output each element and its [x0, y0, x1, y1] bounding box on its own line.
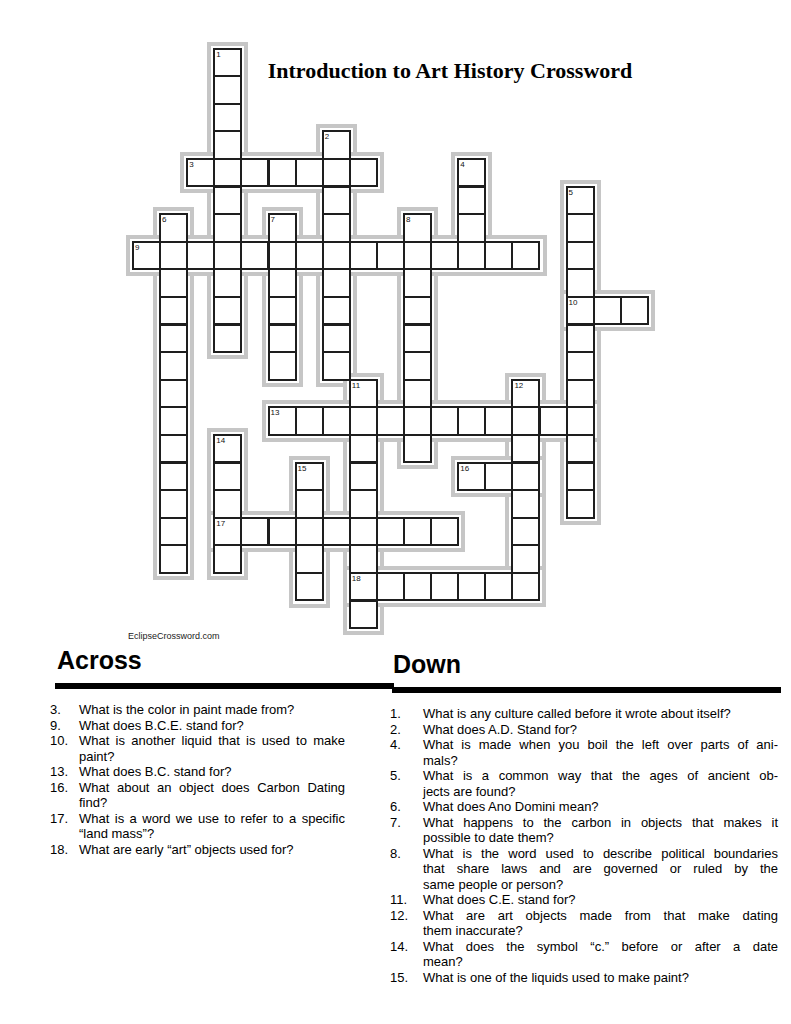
clue-text-line: paint? — [79, 749, 345, 765]
clue-number: 15. — [390, 970, 408, 986]
grid-cell — [268, 241, 297, 271]
grid-cell — [539, 406, 568, 436]
clue-number: 1. — [390, 706, 401, 722]
grid-cell — [511, 489, 540, 519]
grid-cell — [159, 462, 188, 492]
grid-cell — [403, 379, 432, 409]
grid-cell — [349, 517, 378, 547]
clue-number: 12. — [390, 908, 408, 924]
grid-cell — [186, 241, 215, 271]
grid-cell — [322, 296, 351, 326]
clue-text-line: What is one of the liquids used to make … — [423, 970, 778, 986]
grid-cell — [322, 158, 351, 188]
cell-number: 18 — [352, 575, 361, 583]
clue-text-line: find? — [79, 795, 345, 811]
cell-number: 11 — [352, 382, 360, 390]
grid-cell — [213, 186, 242, 216]
crossword-page: Introduction to Art History Crossword 12… — [0, 0, 791, 1024]
clue-item: 1.What is any culture called before it w… — [390, 706, 778, 722]
grid-cell — [159, 351, 188, 381]
clue-number: 9. — [50, 718, 61, 734]
grid-cell — [213, 158, 242, 188]
grid-cell — [403, 296, 432, 326]
clue-text-line: What is the word used to describe politi… — [423, 846, 778, 862]
clue-text-line: What are early “art” objects used for? — [79, 842, 345, 858]
clue-text-line: What is any culture called before it wro… — [423, 706, 778, 722]
grid-cell — [349, 462, 378, 492]
grid-cell — [322, 351, 351, 381]
grid-cell — [620, 296, 649, 326]
clue-number: 7. — [390, 815, 401, 831]
cell-number: 9 — [135, 244, 139, 252]
grid-cell — [403, 517, 432, 547]
clue-number: 2. — [390, 722, 401, 738]
clue-number: 10. — [50, 733, 68, 749]
cell-number: 8 — [406, 216, 410, 224]
grid-cell — [159, 434, 188, 464]
clue-item: 2.What does A.D. Stand for? — [390, 722, 778, 738]
clue-text-line: them inaccurate? — [423, 923, 778, 939]
clue-item: 18.What are early “art” objects used for… — [50, 842, 345, 858]
grid-cell — [376, 572, 405, 602]
cell-number: 15 — [298, 465, 307, 473]
grid-cell — [213, 103, 242, 133]
cell-number: 14 — [216, 437, 225, 445]
grid-cell — [566, 489, 595, 519]
grid-cell — [295, 517, 324, 547]
grid-cell — [484, 406, 513, 436]
grid-cell — [213, 241, 242, 271]
clue-item: 14.What does the symbol “c.” before or a… — [390, 939, 778, 970]
grid-cell — [322, 241, 351, 271]
clue-number: 17. — [50, 811, 68, 827]
grid-cell — [213, 75, 242, 105]
clue-text-line: What does B.C.E. stand for? — [79, 718, 345, 734]
clue-text-line: What are art objects made from that make… — [423, 908, 778, 924]
clue-item: 17.What is a word we use to refer to a s… — [50, 811, 345, 842]
grid-cell — [295, 406, 324, 436]
grid-cell — [457, 406, 486, 436]
grid-cell — [430, 406, 459, 436]
grid-cell — [213, 544, 242, 574]
clue-text-line: What does C.E. stand for? — [423, 892, 778, 908]
cell-number: 10 — [569, 299, 578, 307]
clue-number: 11. — [390, 892, 407, 908]
clue-text-line: same people or person? — [423, 877, 778, 893]
cell-number: 17 — [216, 520, 225, 528]
grid-cell — [511, 572, 540, 602]
grid-cell — [295, 489, 324, 519]
grid-cell — [213, 213, 242, 243]
clue-text-line: What about an object does Carbon Dating — [79, 780, 345, 796]
grid-cell — [268, 158, 297, 188]
grid-cell — [240, 241, 269, 271]
grid-cell — [322, 213, 351, 243]
grid-cell — [566, 351, 595, 381]
grid-cell — [349, 544, 378, 574]
grid-cell — [159, 241, 188, 271]
clue-text-line: What happens to the carbon in objects th… — [423, 815, 778, 831]
clue-text-line: What does Ano Domini mean? — [423, 799, 778, 815]
clue-text-line: What is another liquid that is used to m… — [79, 733, 345, 749]
clue-text-line: mals? — [423, 753, 778, 769]
clue-item: 5.What is a common way that the ages of … — [390, 768, 778, 799]
grid-cell — [457, 213, 486, 243]
grid-cell — [593, 296, 622, 326]
grid-cell — [295, 572, 324, 602]
grid-cell — [511, 462, 540, 492]
grid-cell — [159, 517, 188, 547]
clue-item: 6.What does Ano Domini mean? — [390, 799, 778, 815]
down-clue-list: 1.What is any culture called before it w… — [390, 706, 778, 985]
clue-text-line: What is a common way that the ages of an… — [423, 768, 778, 784]
clue-number: 4. — [390, 737, 401, 753]
grid-cell — [457, 572, 486, 602]
grid-cell — [457, 186, 486, 216]
grid-cell — [349, 241, 378, 271]
grid-cell — [295, 544, 324, 574]
grid-cell — [159, 379, 188, 409]
clue-text-line: that share laws and are governed or rule… — [423, 861, 778, 877]
grid-cell — [240, 517, 269, 547]
clue-item: 8.What is the word used to describe poli… — [390, 846, 778, 893]
grid-cell — [566, 268, 595, 298]
cell-number: 4 — [460, 161, 464, 169]
clue-item: 7.What happens to the carbon in objects … — [390, 815, 778, 846]
grid-cell — [322, 406, 351, 436]
grid-cell — [484, 462, 513, 492]
grid-cell — [268, 517, 297, 547]
grid-cell — [403, 351, 432, 381]
grid-cell — [566, 462, 595, 492]
grid-cell — [430, 517, 459, 547]
grid-cell — [511, 544, 540, 574]
grid-cell — [566, 241, 595, 271]
grid-cell — [268, 268, 297, 298]
clue-item: 16.What about an object does Carbon Dati… — [50, 780, 345, 811]
grid-cell — [566, 213, 595, 243]
across-clue-list: 3.What is the color in paint made from?9… — [50, 702, 345, 857]
cell-number: 7 — [271, 216, 275, 224]
grid-cell — [403, 241, 432, 271]
grid-cell — [322, 517, 351, 547]
grid-cell — [240, 158, 269, 188]
crossword-board: 123456789101112131415161718 — [0, 0, 791, 660]
clue-number: 16. — [50, 780, 68, 796]
clue-number: 6. — [390, 799, 401, 815]
clue-text-line: What is a word we use to refer to a spec… — [79, 811, 345, 827]
grid-cell — [268, 296, 297, 326]
grid-cell — [349, 489, 378, 519]
grid-cell — [511, 434, 540, 464]
grid-cell — [349, 600, 378, 630]
grid-cell — [213, 462, 242, 492]
clue-text-line: What does the symbol “c.” before or afte… — [423, 939, 778, 955]
clue-text-line: What does A.D. Stand for? — [423, 722, 778, 738]
grid-cell — [213, 268, 242, 298]
grid-cell — [403, 434, 432, 464]
grid-cell — [430, 572, 459, 602]
across-heading: Across — [57, 648, 142, 673]
cell-number: 13 — [271, 409, 280, 417]
grid-cell — [511, 517, 540, 547]
grid-cell — [403, 572, 432, 602]
grid-cell — [213, 130, 242, 160]
grid-cell — [457, 241, 486, 271]
clue-number: 8. — [390, 846, 401, 862]
grid-cell — [566, 324, 595, 354]
grid-cell — [322, 268, 351, 298]
cell-number: 12 — [514, 382, 523, 390]
grid-cell — [159, 544, 188, 574]
clue-text-line: mean? — [423, 954, 778, 970]
cell-number: 3 — [189, 161, 193, 169]
grid-cell — [159, 324, 188, 354]
clue-text-line: jects are found? — [423, 784, 778, 800]
grid-cell — [566, 379, 595, 409]
grid-cell — [268, 324, 297, 354]
grid-cell — [213, 296, 242, 326]
grid-cell — [322, 186, 351, 216]
clue-text-line: What does B.C. stand for? — [79, 764, 345, 780]
grid-cell — [430, 241, 459, 271]
grid-cell — [159, 489, 188, 519]
attribution-text: EclipseCrossword.com — [128, 631, 220, 641]
clue-text-line: possible to date them? — [423, 830, 778, 846]
grid-cell — [566, 434, 595, 464]
grid-cell — [403, 406, 432, 436]
cell-number: 2 — [325, 133, 329, 141]
grid-cell — [159, 296, 188, 326]
grid-cell — [403, 324, 432, 354]
clue-number: 13. — [50, 764, 68, 780]
grid-cell — [213, 324, 242, 354]
clue-number: 3. — [50, 702, 61, 718]
grid-cell — [159, 406, 188, 436]
clue-number: 18. — [50, 842, 68, 858]
grid-cell — [349, 434, 378, 464]
clue-text-line: What is the color in paint made from? — [79, 702, 345, 718]
grid-cell — [376, 517, 405, 547]
grid-cell — [566, 406, 595, 436]
cell-number: 16 — [460, 465, 469, 473]
grid-cell — [268, 351, 297, 381]
cell-number: 5 — [569, 189, 573, 197]
clue-item: 13.What does B.C. stand for? — [50, 764, 345, 780]
down-heading: Down — [393, 652, 461, 677]
grid-cell — [484, 241, 513, 271]
clue-item: 10.What is another liquid that is used t… — [50, 733, 345, 764]
clue-item: 15.What is one of the liquids used to ma… — [390, 970, 778, 986]
grid-cell — [159, 268, 188, 298]
down-divider-rule — [392, 687, 781, 693]
grid-cell — [511, 241, 540, 271]
grid-cell — [213, 489, 242, 519]
clue-text-line: “land mass”? — [79, 826, 345, 842]
across-divider-rule — [55, 683, 394, 689]
grid-cell — [349, 158, 378, 188]
clue-item: 4.What is made when you boil the left ov… — [390, 737, 778, 768]
grid-cell — [484, 572, 513, 602]
clue-item: 9.What does B.C.E. stand for? — [50, 718, 345, 734]
clue-number: 14. — [390, 939, 408, 955]
clue-item: 11.What does C.E. stand for? — [390, 892, 778, 908]
grid-cell — [403, 268, 432, 298]
cell-number: 1 — [216, 51, 220, 59]
grid-cell — [376, 406, 405, 436]
clue-text-line: What is made when you boil the left over… — [423, 737, 778, 753]
clue-item: 3.What is the color in paint made from? — [50, 702, 345, 718]
clue-item: 12.What are art objects made from that m… — [390, 908, 778, 939]
cell-number: 6 — [162, 216, 166, 224]
grid-cell — [349, 406, 378, 436]
grid-cell — [511, 406, 540, 436]
grid-cell — [295, 241, 324, 271]
grid-cell — [322, 324, 351, 354]
grid-cell — [376, 241, 405, 271]
grid-cell — [295, 158, 324, 188]
clue-number: 5. — [390, 768, 401, 784]
